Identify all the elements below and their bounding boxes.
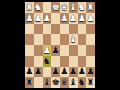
black-rook[interactable]: ♜ bbox=[87, 78, 95, 87]
white-pawn[interactable]: ♟ bbox=[87, 13, 95, 22]
square-e1[interactable]: ♚ bbox=[51, 2, 60, 13]
square-a7[interactable]: ♟ bbox=[86, 67, 95, 78]
square-b1[interactable]: ♞ bbox=[78, 2, 87, 13]
square-g7[interactable]: ♟ bbox=[34, 67, 43, 78]
black-pawn[interactable]: ♟ bbox=[25, 67, 33, 76]
square-e3[interactable] bbox=[51, 24, 60, 35]
white-pawn[interactable]: ♟ bbox=[60, 13, 68, 22]
square-e7[interactable]: ♟ bbox=[51, 67, 60, 78]
black-king[interactable]: ♚ bbox=[52, 78, 60, 87]
square-g6[interactable] bbox=[34, 56, 43, 67]
square-e2[interactable] bbox=[51, 13, 60, 24]
white-pawn[interactable]: ♟ bbox=[43, 45, 51, 54]
black-pawn[interactable]: ♟ bbox=[69, 67, 77, 76]
chess-board[interactable]: ♜♞♚♛♝♞♜♟♟♟♟♟♟♟♝♟♟♞♟♟♟♟♟♟♟♜♝♚♛♝♞♜ bbox=[25, 2, 95, 88]
square-h6[interactable] bbox=[25, 56, 34, 67]
square-h7[interactable]: ♟ bbox=[25, 67, 34, 78]
square-a2[interactable]: ♟ bbox=[86, 13, 95, 24]
square-g5[interactable] bbox=[34, 45, 43, 56]
white-queen[interactable]: ♛ bbox=[60, 2, 68, 11]
white-pawn[interactable]: ♟ bbox=[69, 13, 77, 22]
square-f8[interactable]: ♝ bbox=[43, 77, 52, 88]
square-e8[interactable]: ♚ bbox=[51, 77, 60, 88]
square-e6[interactable] bbox=[51, 56, 60, 67]
black-pawn[interactable]: ♟ bbox=[78, 67, 86, 76]
white-rook[interactable]: ♜ bbox=[25, 2, 33, 11]
square-f1[interactable] bbox=[43, 2, 52, 13]
square-a5[interactable] bbox=[86, 45, 95, 56]
white-knight[interactable]: ♞ bbox=[34, 2, 42, 11]
square-g3[interactable] bbox=[34, 24, 43, 35]
square-c2[interactable]: ♟ bbox=[69, 13, 78, 24]
square-f7[interactable] bbox=[43, 67, 52, 78]
square-c8[interactable]: ♝ bbox=[69, 77, 78, 88]
square-h4[interactable] bbox=[25, 34, 34, 45]
square-b4[interactable] bbox=[78, 34, 87, 45]
square-b3[interactable] bbox=[78, 24, 87, 35]
square-d7[interactable]: ♟ bbox=[60, 67, 69, 78]
black-pawn[interactable]: ♟ bbox=[60, 67, 68, 76]
black-pawn[interactable]: ♟ bbox=[52, 67, 60, 76]
black-pawn[interactable]: ♟ bbox=[52, 45, 60, 54]
square-d4[interactable] bbox=[60, 34, 69, 45]
white-bishop[interactable]: ♝ bbox=[69, 2, 77, 11]
black-queen[interactable]: ♛ bbox=[60, 78, 68, 87]
black-pawn[interactable]: ♟ bbox=[87, 67, 95, 76]
square-b8[interactable]: ♞ bbox=[78, 77, 87, 88]
square-c7[interactable]: ♟ bbox=[69, 67, 78, 78]
black-pawn[interactable]: ♟ bbox=[34, 67, 42, 76]
square-c3[interactable] bbox=[69, 24, 78, 35]
square-a4[interactable] bbox=[86, 34, 95, 45]
square-g8[interactable] bbox=[34, 77, 43, 88]
square-h8[interactable]: ♜ bbox=[25, 77, 34, 88]
square-d6[interactable] bbox=[60, 56, 69, 67]
white-rook[interactable]: ♜ bbox=[87, 2, 95, 11]
square-d5[interactable] bbox=[60, 45, 69, 56]
white-pawn[interactable]: ♟ bbox=[43, 13, 51, 22]
white-king[interactable]: ♚ bbox=[52, 2, 60, 11]
square-b6[interactable] bbox=[78, 56, 87, 67]
square-h3[interactable] bbox=[25, 24, 34, 35]
chessboard-stage: ♜♞♚♛♝♞♜♟♟♟♟♟♟♟♝♟♟♞♟♟♟♟♟♟♟♜♝♚♛♝♞♜ bbox=[0, 0, 120, 90]
square-c1[interactable]: ♝ bbox=[69, 2, 78, 13]
white-pawn[interactable]: ♟ bbox=[78, 13, 86, 22]
square-h5[interactable] bbox=[25, 45, 34, 56]
black-bishop[interactable]: ♝ bbox=[69, 78, 77, 87]
square-g2[interactable]: ♟ bbox=[34, 13, 43, 24]
white-pawn[interactable]: ♟ bbox=[34, 13, 42, 22]
square-h2[interactable]: ♟ bbox=[25, 13, 34, 24]
square-d2[interactable]: ♟ bbox=[60, 13, 69, 24]
square-a1[interactable]: ♜ bbox=[86, 2, 95, 13]
square-d8[interactable]: ♛ bbox=[60, 77, 69, 88]
square-f3[interactable] bbox=[43, 24, 52, 35]
square-c4[interactable]: ♝ bbox=[69, 34, 78, 45]
square-c5[interactable] bbox=[69, 45, 78, 56]
square-d1[interactable]: ♛ bbox=[60, 2, 69, 13]
square-a8[interactable]: ♜ bbox=[86, 77, 95, 88]
square-c6[interactable] bbox=[69, 56, 78, 67]
square-g1[interactable]: ♞ bbox=[34, 2, 43, 13]
square-a6[interactable] bbox=[86, 56, 95, 67]
square-f2[interactable]: ♟ bbox=[43, 13, 52, 24]
black-rook[interactable]: ♜ bbox=[25, 78, 33, 87]
square-e5[interactable]: ♟ bbox=[51, 45, 60, 56]
square-g4[interactable] bbox=[34, 34, 43, 45]
white-pawn[interactable]: ♟ bbox=[25, 13, 33, 22]
square-a3[interactable] bbox=[86, 24, 95, 35]
square-h1[interactable]: ♜ bbox=[25, 2, 34, 13]
square-b7[interactable]: ♟ bbox=[78, 67, 87, 78]
square-b5[interactable] bbox=[78, 45, 87, 56]
black-knight[interactable]: ♞ bbox=[78, 78, 86, 87]
square-f5[interactable]: ♟ bbox=[43, 45, 52, 56]
square-b2[interactable]: ♟ bbox=[78, 13, 87, 24]
white-bishop[interactable]: ♝ bbox=[69, 35, 77, 44]
white-knight[interactable]: ♞ bbox=[78, 2, 86, 11]
black-knight[interactable]: ♞ bbox=[43, 56, 51, 65]
square-f4[interactable] bbox=[43, 34, 52, 45]
square-f6[interactable]: ♞ bbox=[43, 56, 52, 67]
square-e4[interactable] bbox=[51, 34, 60, 45]
square-d3[interactable] bbox=[60, 24, 69, 35]
black-bishop[interactable]: ♝ bbox=[43, 78, 51, 87]
